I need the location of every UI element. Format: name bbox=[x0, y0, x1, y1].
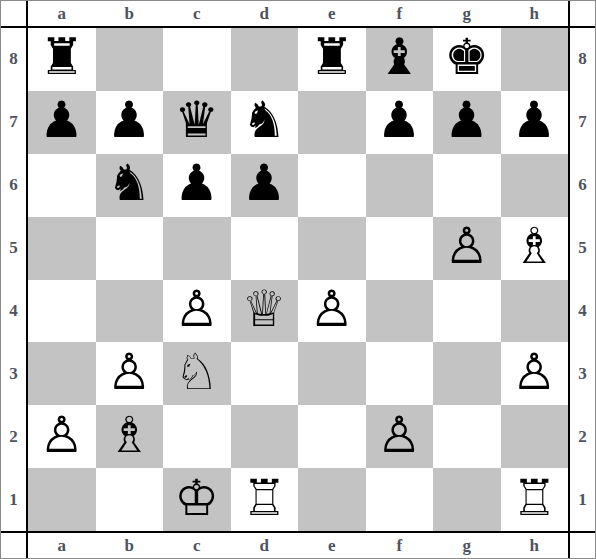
square-e8[interactable]: ♜ bbox=[298, 28, 366, 91]
square-f6[interactable] bbox=[366, 154, 434, 217]
file-label-d-top: d bbox=[231, 1, 299, 28]
piece-white-pawn-b3: ♙ bbox=[107, 347, 152, 397]
piece-black-pawn-d6: ♟ bbox=[242, 158, 287, 208]
square-g4[interactable] bbox=[433, 280, 501, 343]
rank-label-1-left: 1 bbox=[1, 468, 28, 531]
square-a6[interactable] bbox=[28, 154, 96, 217]
rank-label-4-right: 4 bbox=[568, 280, 595, 343]
square-c2[interactable] bbox=[163, 405, 231, 468]
square-h1[interactable]: ♖ bbox=[501, 468, 569, 531]
rank-label-8-right: 8 bbox=[568, 28, 595, 91]
file-label-a-top: a bbox=[28, 1, 96, 28]
square-h8[interactable] bbox=[501, 28, 569, 91]
square-c7[interactable]: ♛ bbox=[163, 91, 231, 154]
square-g8[interactable]: ♚ bbox=[433, 28, 501, 91]
piece-white-pawn-a2: ♙ bbox=[39, 410, 84, 460]
rank-label-6-left: 6 bbox=[1, 154, 28, 217]
square-d2[interactable] bbox=[231, 405, 299, 468]
file-label-h-top: h bbox=[501, 1, 569, 28]
piece-black-knight-b6: ♞ bbox=[107, 158, 152, 208]
square-e1[interactable] bbox=[298, 468, 366, 531]
piece-black-pawn-f7: ♟ bbox=[377, 95, 422, 145]
file-label-g-bottom: g bbox=[433, 531, 501, 558]
piece-white-pawn-f2: ♙ bbox=[377, 410, 422, 460]
rank-label-7-right: 7 bbox=[568, 91, 595, 154]
square-e4[interactable]: ♙ bbox=[298, 280, 366, 343]
square-e6[interactable] bbox=[298, 154, 366, 217]
piece-black-king-g8: ♚ bbox=[444, 32, 489, 82]
piece-white-pawn-h3: ♙ bbox=[512, 347, 557, 397]
file-label-f-top: f bbox=[366, 1, 434, 28]
square-a7[interactable]: ♟ bbox=[28, 91, 96, 154]
square-f2[interactable]: ♙ bbox=[366, 405, 434, 468]
file-label-c-bottom: c bbox=[163, 531, 231, 558]
frame-corner bbox=[568, 531, 595, 558]
chess-board-diagram: abcdefgh8♜♜♝♚87♟♟♛♞♟♟♟76♞♟♟65♙♗54♙♕♙43♙♘… bbox=[0, 0, 596, 559]
file-label-b-top: b bbox=[96, 1, 164, 28]
square-d8[interactable] bbox=[231, 28, 299, 91]
piece-black-rook-a8: ♜ bbox=[39, 32, 84, 82]
square-c4[interactable]: ♙ bbox=[163, 280, 231, 343]
square-g5[interactable]: ♙ bbox=[433, 217, 501, 280]
square-h7[interactable]: ♟ bbox=[501, 91, 569, 154]
square-b6[interactable]: ♞ bbox=[96, 154, 164, 217]
piece-black-queen-c7: ♛ bbox=[174, 95, 219, 145]
square-f3[interactable] bbox=[366, 342, 434, 405]
file-label-b-bottom: b bbox=[96, 531, 164, 558]
square-d5[interactable] bbox=[231, 217, 299, 280]
square-h6[interactable] bbox=[501, 154, 569, 217]
square-f1[interactable] bbox=[366, 468, 434, 531]
rank-label-3-left: 3 bbox=[1, 342, 28, 405]
piece-black-bishop-f8: ♝ bbox=[377, 32, 422, 82]
square-a8[interactable]: ♜ bbox=[28, 28, 96, 91]
rank-label-5-left: 5 bbox=[1, 217, 28, 280]
rank-label-2-right: 2 bbox=[568, 405, 595, 468]
square-e3[interactable] bbox=[298, 342, 366, 405]
piece-black-pawn-b7: ♟ bbox=[107, 95, 152, 145]
square-b1[interactable] bbox=[96, 468, 164, 531]
piece-white-bishop-b2: ♗ bbox=[107, 410, 152, 460]
piece-white-pawn-e4: ♙ bbox=[309, 284, 354, 334]
square-f4[interactable] bbox=[366, 280, 434, 343]
square-e2[interactable] bbox=[298, 405, 366, 468]
rank-label-5-right: 5 bbox=[568, 217, 595, 280]
square-b3[interactable]: ♙ bbox=[96, 342, 164, 405]
square-a3[interactable] bbox=[28, 342, 96, 405]
square-f8[interactable]: ♝ bbox=[366, 28, 434, 91]
square-g7[interactable]: ♟ bbox=[433, 91, 501, 154]
piece-black-pawn-c6: ♟ bbox=[174, 158, 219, 208]
piece-black-pawn-g7: ♟ bbox=[444, 95, 489, 145]
square-g2[interactable] bbox=[433, 405, 501, 468]
piece-white-rook-h1: ♖ bbox=[512, 473, 557, 523]
square-e5[interactable] bbox=[298, 217, 366, 280]
square-d6[interactable]: ♟ bbox=[231, 154, 299, 217]
square-a1[interactable] bbox=[28, 468, 96, 531]
square-h2[interactable] bbox=[501, 405, 569, 468]
rank-label-1-right: 1 bbox=[568, 468, 595, 531]
square-g6[interactable] bbox=[433, 154, 501, 217]
file-label-g-top: g bbox=[433, 1, 501, 28]
square-b4[interactable] bbox=[96, 280, 164, 343]
square-d7[interactable]: ♞ bbox=[231, 91, 299, 154]
square-h4[interactable] bbox=[501, 280, 569, 343]
frame-corner bbox=[568, 1, 595, 28]
square-a5[interactable] bbox=[28, 217, 96, 280]
file-label-a-bottom: a bbox=[28, 531, 96, 558]
square-e7[interactable] bbox=[298, 91, 366, 154]
square-f7[interactable]: ♟ bbox=[366, 91, 434, 154]
file-label-e-bottom: e bbox=[298, 531, 366, 558]
square-d1[interactable]: ♖ bbox=[231, 468, 299, 531]
square-c6[interactable]: ♟ bbox=[163, 154, 231, 217]
piece-white-bishop-h5: ♗ bbox=[512, 221, 557, 271]
piece-white-knight-c3: ♘ bbox=[174, 347, 219, 397]
square-c1[interactable]: ♔ bbox=[163, 468, 231, 531]
file-label-c-top: c bbox=[163, 1, 231, 28]
piece-black-rook-e8: ♜ bbox=[309, 32, 354, 82]
file-label-d-bottom: d bbox=[231, 531, 299, 558]
piece-white-queen-d4: ♕ bbox=[242, 284, 287, 334]
piece-black-knight-d7: ♞ bbox=[242, 95, 287, 145]
piece-white-pawn-c4: ♙ bbox=[174, 284, 219, 334]
square-a4[interactable] bbox=[28, 280, 96, 343]
file-label-e-top: e bbox=[298, 1, 366, 28]
square-c8[interactable] bbox=[163, 28, 231, 91]
square-b8[interactable] bbox=[96, 28, 164, 91]
rank-label-4-left: 4 bbox=[1, 280, 28, 343]
rank-label-3-right: 3 bbox=[568, 342, 595, 405]
piece-black-pawn-h7: ♟ bbox=[512, 95, 557, 145]
square-c3[interactable]: ♘ bbox=[163, 342, 231, 405]
piece-white-pawn-g5: ♙ bbox=[444, 221, 489, 271]
square-h3[interactable]: ♙ bbox=[501, 342, 569, 405]
piece-black-pawn-a7: ♟ bbox=[39, 95, 84, 145]
frame-corner bbox=[1, 531, 28, 558]
file-label-h-bottom: h bbox=[501, 531, 569, 558]
rank-label-8-left: 8 bbox=[1, 28, 28, 91]
square-a2[interactable]: ♙ bbox=[28, 405, 96, 468]
square-h5[interactable]: ♗ bbox=[501, 217, 569, 280]
square-g1[interactable] bbox=[433, 468, 501, 531]
square-f5[interactable] bbox=[366, 217, 434, 280]
frame-corner bbox=[1, 1, 28, 28]
piece-white-rook-d1: ♖ bbox=[242, 473, 287, 523]
square-d4[interactable]: ♕ bbox=[231, 280, 299, 343]
piece-white-king-c1: ♔ bbox=[174, 473, 219, 523]
file-label-f-bottom: f bbox=[366, 531, 434, 558]
square-d3[interactable] bbox=[231, 342, 299, 405]
square-b7[interactable]: ♟ bbox=[96, 91, 164, 154]
square-g3[interactable] bbox=[433, 342, 501, 405]
rank-label-7-left: 7 bbox=[1, 91, 28, 154]
square-b2[interactable]: ♗ bbox=[96, 405, 164, 468]
rank-label-2-left: 2 bbox=[1, 405, 28, 468]
square-c5[interactable] bbox=[163, 217, 231, 280]
rank-label-6-right: 6 bbox=[568, 154, 595, 217]
square-b5[interactable] bbox=[96, 217, 164, 280]
